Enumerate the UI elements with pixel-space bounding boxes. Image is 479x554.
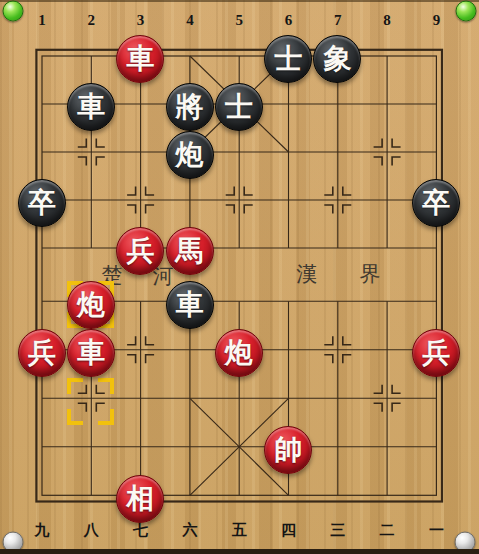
black-general-piece[interactable]: 將 [166, 83, 214, 131]
black-soldier-piece[interactable]: 卒 [18, 179, 66, 227]
file-label-bottom: 六 [182, 521, 197, 540]
turn-indicator-top-right [456, 1, 477, 22]
file-label-bottom: 九 [35, 521, 50, 540]
bottom-edge [0, 549, 479, 554]
last-move-highlight [67, 378, 114, 425]
red-cannon-piece[interactable]: 炮 [67, 281, 115, 329]
file-label-bottom: 二 [380, 521, 395, 540]
file-label-top: 9 [433, 12, 441, 29]
piece-grid: 車士象車將士炮卒卒兵馬炮車兵車炮兵帥相 [17, 32, 461, 520]
file-label-bottom: 五 [232, 521, 247, 540]
file-label-bottom: 四 [281, 521, 296, 540]
red-horse-piece[interactable]: 馬 [166, 227, 214, 275]
red-soldier-piece[interactable]: 兵 [116, 227, 164, 275]
file-label-top: 5 [235, 12, 243, 29]
file-label-top: 2 [88, 12, 96, 29]
file-label-bottom: 七 [133, 521, 148, 540]
turn-indicator-top-left [3, 1, 24, 22]
black-chariot-piece[interactable]: 車 [166, 281, 214, 329]
file-label-bottom: 八 [84, 521, 99, 540]
file-label-bottom: 三 [330, 521, 345, 540]
black-advisor-piece[interactable]: 士 [264, 35, 312, 83]
black-soldier-piece[interactable]: 卒 [412, 179, 460, 227]
file-label-top: 3 [137, 12, 145, 29]
black-advisor-piece[interactable]: 士 [215, 83, 263, 131]
red-elephant-piece[interactable]: 相 [116, 475, 164, 523]
file-label-top: 6 [285, 12, 293, 29]
red-chariot-piece[interactable]: 車 [116, 35, 164, 83]
file-label-top: 8 [383, 12, 391, 29]
black-chariot-piece[interactable]: 車 [67, 83, 115, 131]
file-label-bottom: 一 [429, 521, 444, 540]
red-cannon-piece[interactable]: 炮 [215, 329, 263, 377]
red-chariot-piece[interactable]: 車 [67, 329, 115, 377]
black-elephant-piece[interactable]: 象 [313, 35, 361, 83]
black-cannon-piece[interactable]: 炮 [166, 131, 214, 179]
red-soldier-piece[interactable]: 兵 [18, 329, 66, 377]
red-soldier-piece[interactable]: 兵 [412, 329, 460, 377]
file-label-top: 1 [38, 12, 46, 29]
file-label-top: 4 [186, 12, 194, 29]
red-general-piece[interactable]: 帥 [264, 426, 312, 474]
file-label-top: 7 [334, 12, 342, 29]
xiangqi-board-app: 123456789 九八七六五四三二一 楚河漢界 車士象車將士炮卒卒兵馬炮車兵車… [0, 0, 479, 554]
